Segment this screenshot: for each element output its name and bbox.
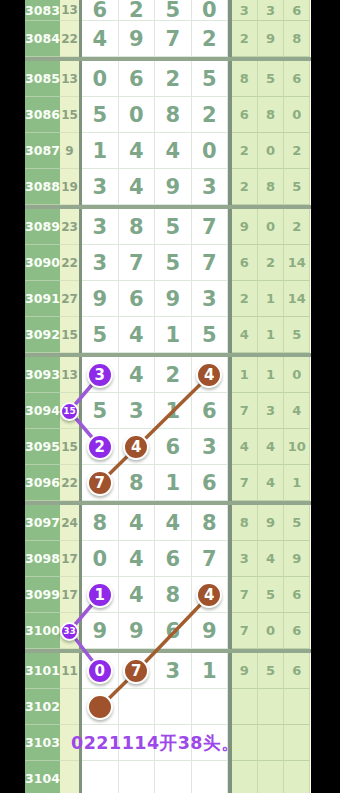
prediction-message: 0221114开38头。 [82, 732, 228, 754]
marker-purple-2: 2 [87, 434, 113, 460]
marker-brown-7: 7 [123, 658, 149, 684]
marker-brown-4: 4 [196, 362, 222, 388]
trend-line-brown [100, 595, 210, 707]
screen: 3083136250336308422497229830851306258563… [0, 0, 340, 793]
marker-brown-7: 7 [87, 470, 113, 496]
marker-purple-33: 33 [60, 622, 79, 641]
trend-line-brown [100, 375, 210, 483]
marker-brown-4: 4 [123, 434, 149, 460]
marker-purple-0: 0 [87, 658, 113, 684]
trend-chart-board[interactable]: 3083136250336308422497229830851306258563… [25, 0, 311, 793]
marker-purple-15: 15 [60, 402, 79, 421]
marker-brown-4: 4 [196, 582, 222, 608]
marker-brown-solid [87, 694, 113, 720]
marker-purple-1: 1 [87, 582, 113, 608]
marker-purple-3: 3 [87, 362, 113, 388]
trend-lines-svg [25, 0, 311, 793]
